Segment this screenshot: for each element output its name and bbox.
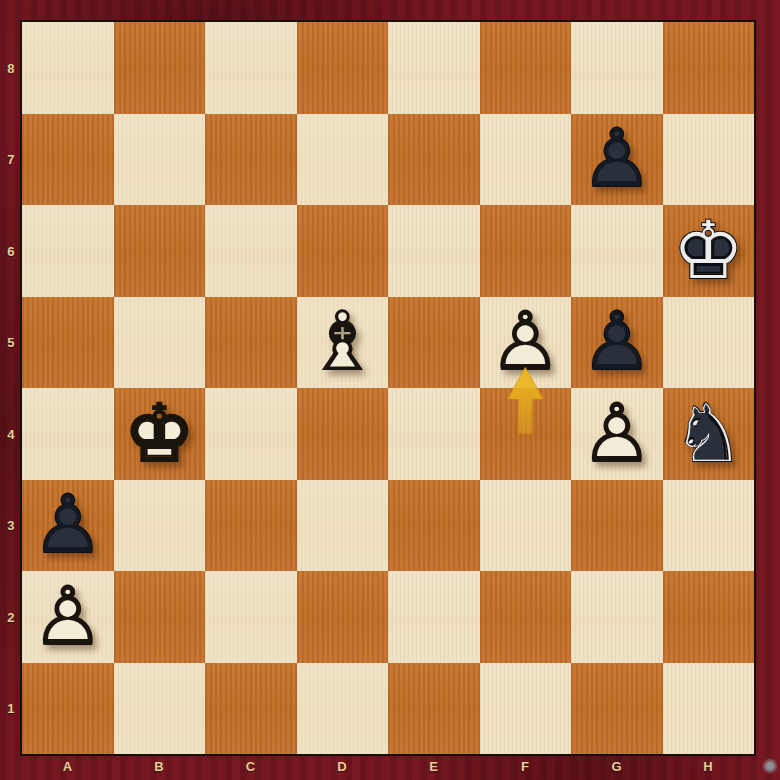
square-b8[interactable] xyxy=(114,22,206,114)
square-a3[interactable]: ♟♙ xyxy=(22,480,114,572)
square-f8[interactable] xyxy=(480,22,572,114)
black-pawn-body: ♟ xyxy=(571,114,663,206)
square-g7[interactable]: ♟♙ xyxy=(571,114,663,206)
square-d2[interactable] xyxy=(297,571,389,663)
square-b3[interactable] xyxy=(114,480,206,572)
square-c7[interactable] xyxy=(205,114,297,206)
square-d6[interactable] xyxy=(297,205,389,297)
rank-label-3: 3 xyxy=(7,518,15,533)
black-pawn-outline: ♙ xyxy=(571,297,663,389)
square-g5[interactable]: ♟♙ xyxy=(571,297,663,389)
square-c8[interactable] xyxy=(205,22,297,114)
square-c6[interactable] xyxy=(205,205,297,297)
white-pawn-outline: ♙ xyxy=(571,388,663,480)
square-f7[interactable] xyxy=(480,114,572,206)
square-b1[interactable] xyxy=(114,663,206,755)
file-label-A: A xyxy=(63,759,73,774)
piece-black-pawn[interactable]: ♟♙ xyxy=(22,480,114,572)
black-knight-body: ♞ xyxy=(663,388,755,480)
rank-label-2: 2 xyxy=(7,609,15,624)
square-e2[interactable] xyxy=(388,571,480,663)
square-d1[interactable] xyxy=(297,663,389,755)
file-label-H: H xyxy=(703,759,713,774)
rank-label-5: 5 xyxy=(7,335,15,350)
rank-label-7: 7 xyxy=(7,152,15,167)
white-bishop-body: ♝ xyxy=(297,297,389,389)
square-h4[interactable]: ♞♘ xyxy=(663,388,755,480)
black-pawn-outline: ♙ xyxy=(22,480,114,572)
white-king-outline: ♔ xyxy=(114,388,206,480)
black-pawn-outline: ♙ xyxy=(571,114,663,206)
piece-black-pawn[interactable]: ♟♙ xyxy=(571,297,663,389)
square-h6[interactable]: ♚♔ xyxy=(663,205,755,297)
white-pawn-body: ♟ xyxy=(480,297,572,389)
square-c1[interactable] xyxy=(205,663,297,755)
chess-board: ♟♙♚♔♝♗♟♙♟♙♚♔♟♙♞♘♟♙♟♙ xyxy=(22,22,754,754)
white-pawn-outline: ♙ xyxy=(22,571,114,663)
white-king-body: ♚ xyxy=(114,388,206,480)
corner-dot-icon xyxy=(762,758,778,774)
white-pawn-body: ♟ xyxy=(22,571,114,663)
square-h5[interactable] xyxy=(663,297,755,389)
square-f5[interactable]: ♟♙ xyxy=(480,297,572,389)
square-f3[interactable] xyxy=(480,480,572,572)
file-label-D: D xyxy=(337,759,347,774)
square-h1[interactable] xyxy=(663,663,755,755)
square-d3[interactable] xyxy=(297,480,389,572)
file-label-F: F xyxy=(521,759,529,774)
rank-label-1: 1 xyxy=(7,701,15,716)
square-g8[interactable] xyxy=(571,22,663,114)
square-b7[interactable] xyxy=(114,114,206,206)
square-g4[interactable]: ♟♙ xyxy=(571,388,663,480)
square-f2[interactable] xyxy=(480,571,572,663)
square-b2[interactable] xyxy=(114,571,206,663)
square-e1[interactable] xyxy=(388,663,480,755)
square-d8[interactable] xyxy=(297,22,389,114)
rank-label-6: 6 xyxy=(7,243,15,258)
square-g6[interactable] xyxy=(571,205,663,297)
square-e6[interactable] xyxy=(388,205,480,297)
square-g3[interactable] xyxy=(571,480,663,572)
square-h8[interactable] xyxy=(663,22,755,114)
square-c2[interactable] xyxy=(205,571,297,663)
square-h3[interactable] xyxy=(663,480,755,572)
square-e8[interactable] xyxy=(388,22,480,114)
white-pawn-body: ♟ xyxy=(571,388,663,480)
black-king-body: ♚ xyxy=(663,205,755,297)
white-pawn-outline: ♙ xyxy=(480,297,572,389)
black-king-outline: ♔ xyxy=(663,205,755,297)
square-a8[interactable] xyxy=(22,22,114,114)
chessboard-window: ♟♙♚♔♝♗♟♙♟♙♚♔♟♙♞♘♟♙♟♙ 87654321ABCDEFGH xyxy=(0,0,780,780)
square-f6[interactable] xyxy=(480,205,572,297)
black-pawn-body: ♟ xyxy=(22,480,114,572)
square-a6[interactable] xyxy=(22,205,114,297)
piece-white-pawn[interactable]: ♟♙ xyxy=(22,571,114,663)
piece-white-pawn[interactable]: ♟♙ xyxy=(480,297,572,389)
square-d5[interactable]: ♝♗ xyxy=(297,297,389,389)
square-e3[interactable] xyxy=(388,480,480,572)
square-f1[interactable] xyxy=(480,663,572,755)
square-b5[interactable] xyxy=(114,297,206,389)
piece-black-king[interactable]: ♚♔ xyxy=(663,205,755,297)
piece-white-king[interactable]: ♚♔ xyxy=(114,388,206,480)
square-b4[interactable]: ♚♔ xyxy=(114,388,206,480)
square-a5[interactable] xyxy=(22,297,114,389)
piece-black-knight[interactable]: ♞♘ xyxy=(663,388,755,480)
piece-white-pawn[interactable]: ♟♙ xyxy=(571,388,663,480)
file-label-E: E xyxy=(429,759,438,774)
square-c3[interactable] xyxy=(205,480,297,572)
piece-white-bishop[interactable]: ♝♗ xyxy=(297,297,389,389)
rank-label-4: 4 xyxy=(7,426,15,441)
square-e7[interactable] xyxy=(388,114,480,206)
square-b6[interactable] xyxy=(114,205,206,297)
white-bishop-outline: ♗ xyxy=(297,297,389,389)
square-g1[interactable] xyxy=(571,663,663,755)
square-f4[interactable] xyxy=(480,388,572,480)
black-pawn-body: ♟ xyxy=(571,297,663,389)
square-c5[interactable] xyxy=(205,297,297,389)
square-e4[interactable] xyxy=(388,388,480,480)
piece-black-pawn[interactable]: ♟♙ xyxy=(571,114,663,206)
file-label-B: B xyxy=(154,759,164,774)
square-a1[interactable] xyxy=(22,663,114,755)
square-e5[interactable] xyxy=(388,297,480,389)
file-label-G: G xyxy=(611,759,622,774)
square-g2[interactable] xyxy=(571,571,663,663)
square-c4[interactable] xyxy=(205,388,297,480)
square-a7[interactable] xyxy=(22,114,114,206)
file-label-C: C xyxy=(246,759,256,774)
rank-label-8: 8 xyxy=(7,60,15,75)
square-h7[interactable] xyxy=(663,114,755,206)
square-d7[interactable] xyxy=(297,114,389,206)
black-knight-outline: ♘ xyxy=(663,388,755,480)
square-a2[interactable]: ♟♙ xyxy=(22,571,114,663)
square-h2[interactable] xyxy=(663,571,755,663)
square-d4[interactable] xyxy=(297,388,389,480)
square-a4[interactable] xyxy=(22,388,114,480)
